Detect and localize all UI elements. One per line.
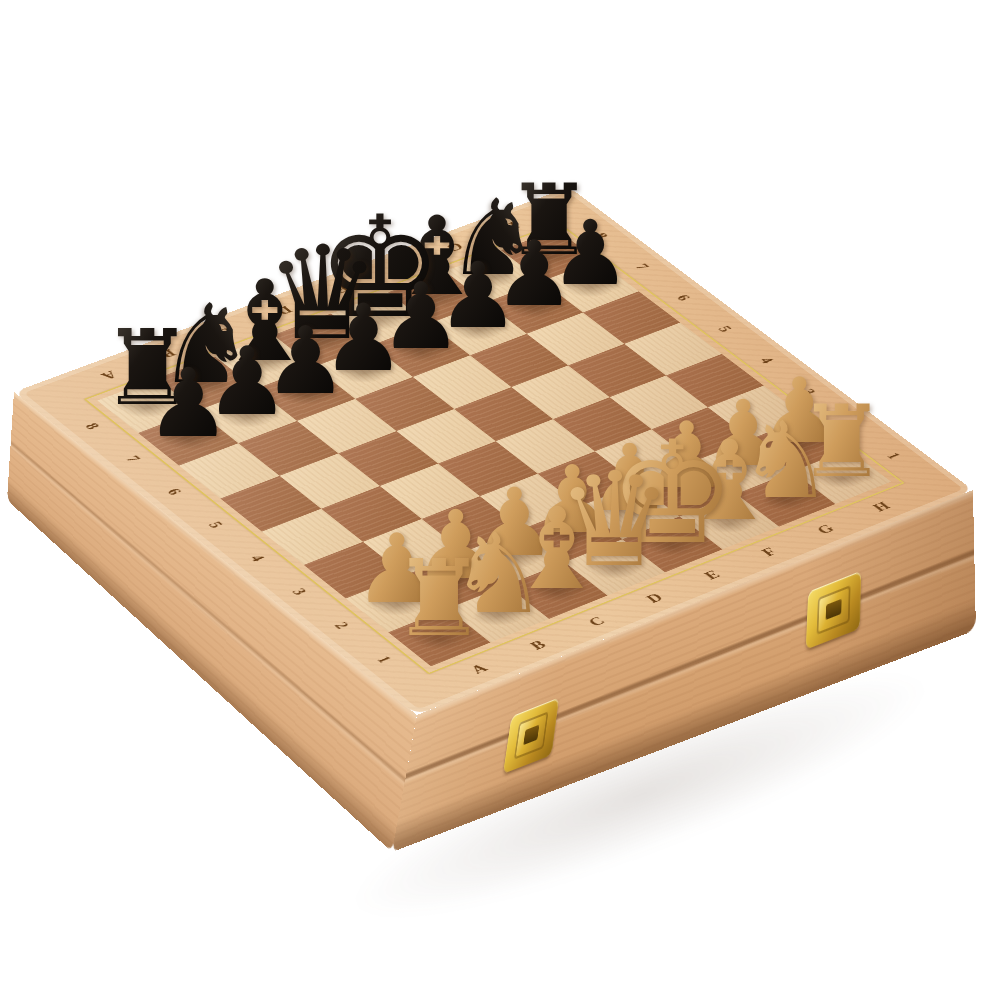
brass-latch-right-icon <box>806 571 861 650</box>
rank-label-left-3: 3 <box>288 586 311 597</box>
file-label-near-a: A <box>467 662 491 677</box>
rank-label-left-5: 5 <box>204 519 227 530</box>
rank-label-right-5: 5 <box>714 324 735 334</box>
file-label-near-b: B <box>526 638 549 653</box>
piece-white-rook-a1[interactable]: ♜ <box>392 547 486 652</box>
rank-label-left-7: 7 <box>122 454 145 465</box>
file-label-near-c: C <box>585 614 609 629</box>
piece-black-pawn-a7[interactable]: ♟ <box>146 356 231 451</box>
rank-label-left-6: 6 <box>163 486 186 497</box>
rank-label-left-4: 4 <box>246 553 269 564</box>
chess-set-photo: AABBCCDDEEFFGGHH1122334455667788 ♜♞♝♛♚♝♞… <box>0 0 1000 1000</box>
file-label-near-f: F <box>758 545 780 559</box>
rank-label-right-6: 6 <box>673 293 694 303</box>
file-label-near-g: G <box>813 522 838 537</box>
rank-label-right-7: 7 <box>631 262 652 272</box>
rank-label-left-2: 2 <box>330 620 353 631</box>
brass-latch-left-icon <box>503 697 559 773</box>
file-label-near-h: H <box>869 500 894 515</box>
